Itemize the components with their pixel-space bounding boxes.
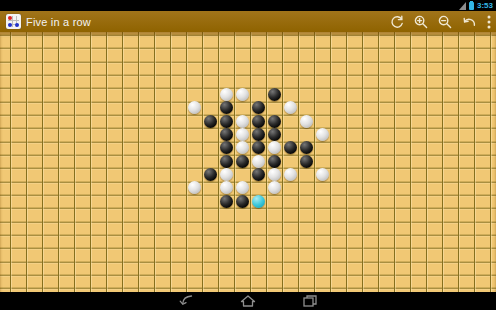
black-stone xyxy=(204,168,217,181)
black-stone xyxy=(268,115,281,128)
recents-button[interactable] xyxy=(296,292,324,310)
status-bar: 3:53 xyxy=(0,0,496,11)
white-stone xyxy=(188,101,201,114)
white-stone xyxy=(284,101,297,114)
black-stone xyxy=(252,141,265,154)
app-icon-red-mark xyxy=(8,16,12,20)
refresh-icon xyxy=(389,14,405,30)
white-stone xyxy=(316,128,329,141)
black-stone xyxy=(268,155,281,168)
game-board[interactable] xyxy=(0,32,496,292)
black-stone xyxy=(300,141,313,154)
home-button[interactable] xyxy=(234,292,262,310)
white-stone xyxy=(236,88,249,101)
back-button[interactable] xyxy=(172,292,200,310)
black-stone xyxy=(204,115,217,128)
black-stone xyxy=(268,88,281,101)
overflow-menu-icon xyxy=(487,14,491,30)
black-stone xyxy=(220,101,233,114)
white-stone xyxy=(284,168,297,181)
zoom-out-icon xyxy=(437,14,453,30)
undo-button[interactable] xyxy=(457,11,481,32)
navigation-bar xyxy=(0,292,496,310)
white-stone xyxy=(220,181,233,194)
app-icon-blue-mark2 xyxy=(8,23,12,27)
home-icon xyxy=(239,294,257,308)
black-stone xyxy=(220,128,233,141)
battery-icon xyxy=(469,2,474,10)
black-stone xyxy=(300,155,313,168)
white-stone xyxy=(268,181,281,194)
overflow-menu-button[interactable] xyxy=(481,11,496,32)
action-bar: Five in a row xyxy=(0,11,496,32)
white-stone xyxy=(300,115,313,128)
white-stone xyxy=(252,155,265,168)
refresh-button[interactable] xyxy=(385,11,409,32)
black-stone xyxy=(284,141,297,154)
white-stone xyxy=(236,141,249,154)
black-stone xyxy=(236,195,249,208)
zoom-in-icon xyxy=(413,14,429,30)
app-icon-blue-mark xyxy=(15,23,19,27)
white-stone xyxy=(236,128,249,141)
recents-icon xyxy=(301,294,319,308)
zoom-in-button[interactable] xyxy=(409,11,433,32)
white-stone xyxy=(220,168,233,181)
white-stone xyxy=(268,141,281,154)
black-stone xyxy=(252,115,265,128)
black-stone xyxy=(268,128,281,141)
back-icon xyxy=(177,294,195,308)
black-stone xyxy=(220,141,233,154)
black-stone xyxy=(252,101,265,114)
white-stone xyxy=(268,168,281,181)
white-stone xyxy=(236,181,249,194)
white-stone xyxy=(316,168,329,181)
black-stone xyxy=(252,168,265,181)
black-stone xyxy=(236,155,249,168)
no-signal-icon xyxy=(459,2,466,10)
app-screen: 3:53 Five in a row xyxy=(0,0,496,310)
white-stone xyxy=(236,115,249,128)
white-stone xyxy=(220,88,233,101)
app-title: Five in a row xyxy=(26,16,91,28)
black-stone xyxy=(220,115,233,128)
last-move-stone-highlighted xyxy=(252,195,265,208)
zoom-out-button[interactable] xyxy=(433,11,457,32)
status-clock: 3:53 xyxy=(477,0,493,11)
undo-icon xyxy=(461,14,477,30)
black-stone xyxy=(252,128,265,141)
app-launcher-icon xyxy=(6,14,21,29)
black-stone xyxy=(220,195,233,208)
black-stone xyxy=(220,155,233,168)
white-stone xyxy=(188,181,201,194)
